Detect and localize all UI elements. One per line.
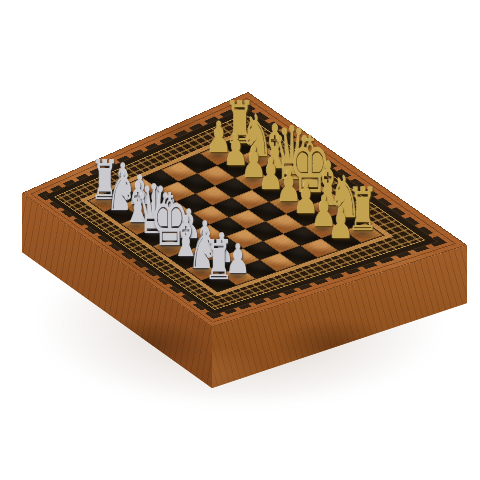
scene: ♜♞♝♛♚♝♞♜♟♟♟♟♟♟♟♟♟♟♟♟♟♟♟♟♜♞♝♛♚♝♞♜ xyxy=(0,0,480,480)
